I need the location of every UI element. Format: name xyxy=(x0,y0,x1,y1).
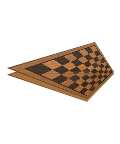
photo-white-background xyxy=(0,0,120,144)
square-h6[interactable] xyxy=(103,74,108,79)
square-h8[interactable] xyxy=(108,70,112,74)
